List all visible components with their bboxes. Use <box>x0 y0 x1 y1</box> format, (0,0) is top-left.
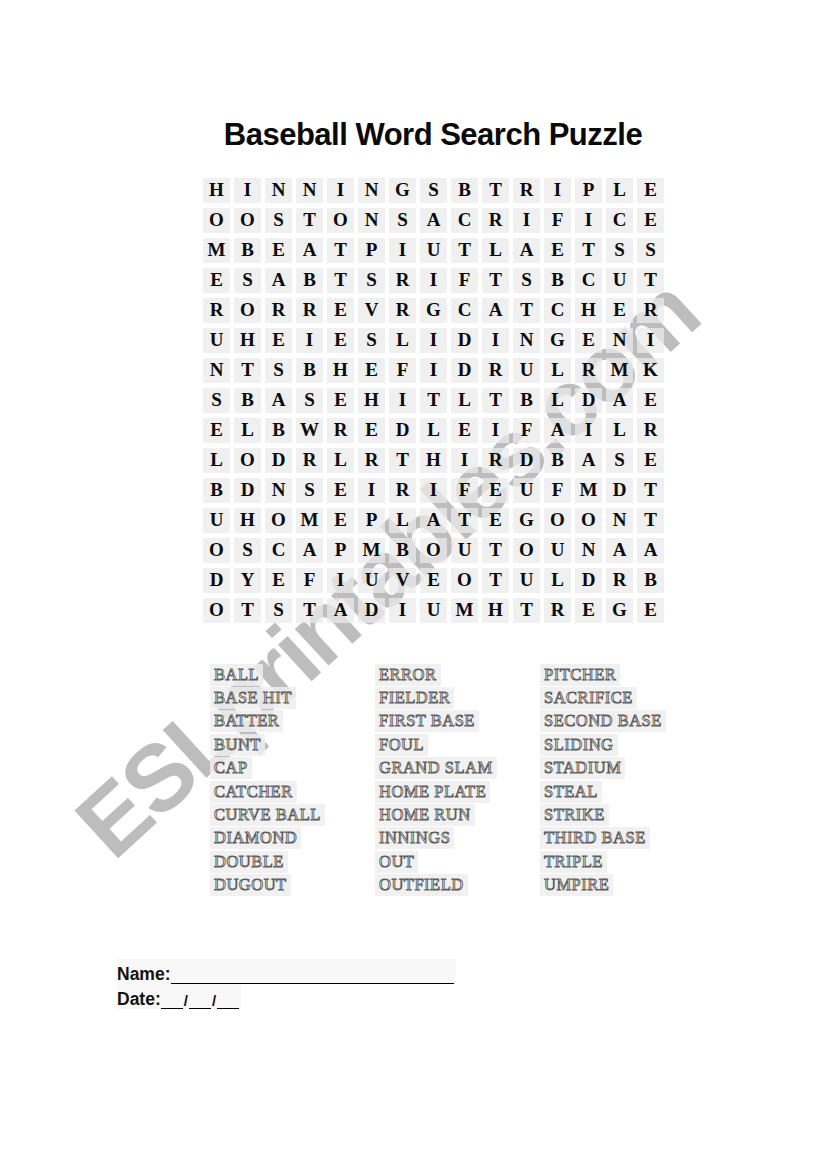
grid-letter: E <box>327 508 354 533</box>
grid-cell-r9c9: E <box>449 415 480 445</box>
grid-letter: D <box>451 358 478 383</box>
grid-letter: O <box>513 538 540 563</box>
grid-cell-r9c1: E <box>201 415 232 445</box>
grid-cell-r4c15: T <box>635 265 666 295</box>
grid-cell-r8c2: B <box>232 385 263 415</box>
grid-cell-r15c7: I <box>387 595 418 625</box>
grid-letter: A <box>420 208 447 233</box>
grid-cell-r8c4: S <box>294 385 325 415</box>
grid-letter: C <box>265 538 292 563</box>
grid-cell-r6c7: L <box>387 325 418 355</box>
grid-letter: M <box>575 478 602 503</box>
date-blank-month <box>161 991 183 1009</box>
grid-letter: T <box>389 448 416 473</box>
grid-cell-r3c7: I <box>387 235 418 265</box>
grid-letter: G <box>389 178 416 203</box>
grid-cell-r5c6: V <box>356 295 387 325</box>
grid-letter: U <box>513 358 540 383</box>
grid-letter: L <box>606 418 633 443</box>
word-fielder: FIELDER <box>375 687 454 709</box>
word-outfield: OUTFIELD <box>375 874 468 896</box>
grid-letter: U <box>420 598 447 623</box>
grid-cell-r12c15: T <box>635 505 666 535</box>
grid-letter: O <box>327 208 354 233</box>
name-line: Name: <box>117 959 456 984</box>
grid-cell-r14c9: O <box>449 565 480 595</box>
word-list-item: OUT <box>375 850 540 873</box>
grid-letter: L <box>389 508 416 533</box>
name-blank-line <box>171 966 454 984</box>
grid-cell-r9c13: I <box>573 415 604 445</box>
grid-cell-r9c8: L <box>418 415 449 445</box>
word-list: BALLBASE HITBATTERBUNTCAPCATCHERCURVE BA… <box>210 663 666 897</box>
word-list-item: CURVE BALL <box>210 803 375 826</box>
grid-cell-r2c11: I <box>511 205 542 235</box>
grid-cell-r7c15: K <box>635 355 666 385</box>
grid-letter: D <box>234 478 261 503</box>
grid-letter: L <box>606 178 633 203</box>
grid-letter: I <box>389 238 416 263</box>
grid-letter: R <box>544 598 571 623</box>
word-foul: FOUL <box>375 734 428 756</box>
grid-letter: N <box>513 328 540 353</box>
grid-cell-r3c4: A <box>294 235 325 265</box>
grid-cell-r9c10: I <box>480 415 511 445</box>
grid-letter: G <box>606 598 633 623</box>
grid-letter: S <box>203 388 230 413</box>
grid-cell-r14c11: U <box>511 565 542 595</box>
grid-letter: W <box>296 418 323 443</box>
grid-cell-r1c4: N <box>294 175 325 205</box>
grid-cell-r10c14: S <box>604 445 635 475</box>
grid-cell-r3c14: S <box>604 235 635 265</box>
grid-letter: M <box>358 538 385 563</box>
grid-letter: R <box>296 448 323 473</box>
grid-cell-r3c11: A <box>511 235 542 265</box>
grid-cell-r2c4: T <box>294 205 325 235</box>
grid-cell-r7c11: U <box>511 355 542 385</box>
grid-cell-r15c5: A <box>325 595 356 625</box>
word-list-item: GRAND SLAM <box>375 757 540 780</box>
grid-letter: L <box>203 448 230 473</box>
grid-letter: I <box>451 448 478 473</box>
grid-cell-r2c7: S <box>387 205 418 235</box>
grid-cell-r8c14: A <box>604 385 635 415</box>
name-label: Name: <box>117 965 171 984</box>
grid-cell-r8c3: A <box>263 385 294 415</box>
grid-letter: D <box>203 568 230 593</box>
grid-letter: R <box>606 568 633 593</box>
grid-letter: O <box>544 508 571 533</box>
grid-cell-r9c2: L <box>232 415 263 445</box>
grid-cell-r6c2: H <box>232 325 263 355</box>
grid-letter: A <box>296 538 323 563</box>
grid-letter: C <box>606 208 633 233</box>
word-umpire: UMPIRE <box>540 874 613 896</box>
grid-letter: B <box>234 388 261 413</box>
grid-letter: B <box>637 568 664 593</box>
grid-letter: I <box>389 388 416 413</box>
grid-letter: S <box>265 208 292 233</box>
grid-cell-r2c1: O <box>201 205 232 235</box>
grid-cell-r14c5: I <box>325 565 356 595</box>
grid-cell-r4c9: F <box>449 265 480 295</box>
grid-cell-r15c14: G <box>604 595 635 625</box>
word-list-item: STRIKE <box>540 803 666 826</box>
grid-cell-r12c4: M <box>294 505 325 535</box>
grid-letter: I <box>389 598 416 623</box>
word-list-item: CATCHER <box>210 780 375 803</box>
grid-letter: G <box>513 508 540 533</box>
grid-cell-r10c3: D <box>263 445 294 475</box>
grid-cell-r11c13: M <box>573 475 604 505</box>
grid-cell-r13c15: A <box>635 535 666 565</box>
grid-cell-r2c13: I <box>573 205 604 235</box>
grid-cell-r8c11: B <box>511 385 542 415</box>
word-stadium: STADIUM <box>540 757 625 779</box>
grid-cell-r1c1: H <box>201 175 232 205</box>
grid-cell-r6c13: E <box>573 325 604 355</box>
grid-cell-r8c7: I <box>387 385 418 415</box>
grid-letter: O <box>234 298 261 323</box>
word-innings: INNINGS <box>375 827 454 849</box>
grid-cell-r14c1: D <box>201 565 232 595</box>
grid-cell-r7c10: R <box>480 355 511 385</box>
grid-cell-r7c6: E <box>356 355 387 385</box>
grid-cell-r9c15: R <box>635 415 666 445</box>
grid-letter: S <box>637 238 664 263</box>
grid-letter: B <box>451 178 478 203</box>
grid-letter: E <box>358 418 385 443</box>
grid-letter: L <box>544 388 571 413</box>
grid-letter: R <box>327 418 354 443</box>
grid-cell-r5c5: E <box>325 295 356 325</box>
grid-letter: C <box>451 208 478 233</box>
page-title: Baseball Word Search Puzzle <box>200 117 666 153</box>
grid-cell-r13c5: P <box>325 535 356 565</box>
grid-letter: N <box>203 358 230 383</box>
grid-cell-r8c15: E <box>635 385 666 415</box>
grid-letter: E <box>637 178 664 203</box>
grid-letter: L <box>482 238 509 263</box>
grid-letter: R <box>637 418 664 443</box>
grid-letter: A <box>575 448 602 473</box>
word-list-item: PITCHER <box>540 663 666 686</box>
grid-cell-r14c4: F <box>294 565 325 595</box>
grid-cell-r2c8: A <box>418 205 449 235</box>
grid-cell-r1c9: B <box>449 175 480 205</box>
grid-letter: A <box>265 388 292 413</box>
grid-letter: T <box>637 268 664 293</box>
grid-letter: E <box>637 388 664 413</box>
grid-letter: T <box>234 358 261 383</box>
grid-letter: I <box>327 178 354 203</box>
grid-cell-r5c10: A <box>480 295 511 325</box>
grid-letter: E <box>327 478 354 503</box>
grid-cell-r5c11: T <box>511 295 542 325</box>
grid-letter: M <box>451 598 478 623</box>
grid-cell-r6c15: I <box>635 325 666 355</box>
grid-letter: M <box>606 358 633 383</box>
grid-cell-r11c10: E <box>480 475 511 505</box>
word-list-item: BUNT <box>210 733 375 756</box>
word-cap: CAP <box>210 757 252 779</box>
grid-letter: T <box>575 238 602 263</box>
grid-cell-r8c6: H <box>356 385 387 415</box>
grid-letter: H <box>482 598 509 623</box>
grid-letter: R <box>389 298 416 323</box>
grid-letter: C <box>544 298 571 323</box>
grid-letter: S <box>358 268 385 293</box>
grid-cell-r15c12: R <box>542 595 573 625</box>
date-label: Date: <box>117 990 161 1009</box>
grid-letter: N <box>358 208 385 233</box>
grid-letter: T <box>327 268 354 293</box>
grid-letter: E <box>606 298 633 323</box>
grid-letter: A <box>637 538 664 563</box>
grid-cell-r3c9: T <box>449 235 480 265</box>
word-list-item: OUTFIELD <box>375 874 540 897</box>
grid-cell-r3c2: B <box>232 235 263 265</box>
grid-letter: H <box>234 328 261 353</box>
grid-cell-r4c8: I <box>418 265 449 295</box>
grid-cell-r3c12: E <box>542 235 573 265</box>
grid-letter: N <box>296 178 323 203</box>
grid-letter: D <box>389 418 416 443</box>
grid-cell-r10c5: L <box>325 445 356 475</box>
grid-cell-r13c9: U <box>449 535 480 565</box>
grid-cell-r4c10: T <box>480 265 511 295</box>
grid-letter: S <box>606 448 633 473</box>
grid-cell-r14c13: D <box>573 565 604 595</box>
word-list-item: CAP <box>210 757 375 780</box>
word-first-base: FIRST BASE <box>375 710 479 732</box>
grid-letter: R <box>389 268 416 293</box>
grid-letter: F <box>451 478 478 503</box>
grid-letter: H <box>420 448 447 473</box>
grid-cell-r9c14: L <box>604 415 635 445</box>
grid-letter: I <box>637 328 664 353</box>
grid-letter: U <box>203 508 230 533</box>
date-blank-year <box>217 991 239 1009</box>
grid-letter: I <box>482 328 509 353</box>
word-pitcher: PITCHER <box>540 664 620 686</box>
grid-cell-r6c3: E <box>263 325 294 355</box>
grid-cell-r14c15: B <box>635 565 666 595</box>
grid-cell-r7c8: I <box>418 355 449 385</box>
grid-letter: U <box>451 538 478 563</box>
grid-letter: E <box>575 598 602 623</box>
grid-cell-r15c15: E <box>635 595 666 625</box>
grid-cell-r8c12: L <box>542 385 573 415</box>
word-triple: TRIPLE <box>540 851 607 873</box>
grid-cell-r10c7: T <box>387 445 418 475</box>
grid-cell-r1c7: G <box>387 175 418 205</box>
grid-cell-r14c10: T <box>480 565 511 595</box>
grid-cell-r8c9: L <box>449 385 480 415</box>
word-list-item: STEAL <box>540 780 666 803</box>
word-home-run: HOME RUN <box>375 804 475 826</box>
grid-cell-r12c7: L <box>387 505 418 535</box>
grid-cell-r10c10: R <box>480 445 511 475</box>
grid-cell-r7c13: R <box>573 355 604 385</box>
grid-letter: F <box>544 478 571 503</box>
word-list-column-1: BALLBASE HITBATTERBUNTCAPCATCHERCURVE BA… <box>210 663 375 897</box>
grid-cell-r11c4: S <box>294 475 325 505</box>
grid-letter: T <box>420 388 447 413</box>
grid-letter: E <box>327 298 354 323</box>
word-base-hit: BASE HIT <box>210 687 296 709</box>
word-list-column-3: PITCHERSACRIFICESECOND BASESLIDINGSTADIU… <box>540 663 666 897</box>
word-second-base: SECOND BASE <box>540 710 666 732</box>
word-bunt: BUNT <box>210 734 265 756</box>
grid-cell-r2c14: C <box>604 205 635 235</box>
grid-cell-r4c7: R <box>387 265 418 295</box>
grid-letter: B <box>296 358 323 383</box>
grid-cell-r6c11: N <box>511 325 542 355</box>
grid-cell-r15c3: S <box>263 595 294 625</box>
grid-letter: F <box>296 568 323 593</box>
grid-cell-r10c13: A <box>573 445 604 475</box>
grid-letter: O <box>203 598 230 623</box>
grid-letter: H <box>234 508 261 533</box>
grid-letter: I <box>513 208 540 233</box>
word-list-item: FIRST BASE <box>375 710 540 733</box>
grid-cell-r8c13: D <box>573 385 604 415</box>
grid-cell-r12c9: T <box>449 505 480 535</box>
footer: Name: Date:// <box>117 959 456 1009</box>
grid-letter: R <box>265 298 292 323</box>
grid-cell-r10c15: E <box>635 445 666 475</box>
grid-cell-r3c8: U <box>418 235 449 265</box>
grid-letter: H <box>575 298 602 323</box>
grid-cell-r5c9: C <box>449 295 480 325</box>
grid-cell-r5c15: R <box>635 295 666 325</box>
grid-letter: E <box>327 328 354 353</box>
grid-cell-r9c6: E <box>356 415 387 445</box>
grid-cell-r11c3: N <box>263 475 294 505</box>
word-list-item: DOUBLE <box>210 850 375 873</box>
grid-cell-r12c13: O <box>573 505 604 535</box>
grid-cell-r14c8: E <box>418 565 449 595</box>
grid-letter: N <box>575 538 602 563</box>
grid-cell-r3c6: P <box>356 235 387 265</box>
grid-letter: A <box>513 238 540 263</box>
grid-cell-r11c6: I <box>356 475 387 505</box>
grid-letter: F <box>544 208 571 233</box>
grid-cell-r6c4: I <box>294 325 325 355</box>
grid-letter: A <box>482 298 509 323</box>
word-list-item: DIAMOND <box>210 827 375 850</box>
grid-letter: C <box>451 298 478 323</box>
grid-cell-r6c12: G <box>542 325 573 355</box>
grid-cell-r7c2: T <box>232 355 263 385</box>
grid-letter: T <box>296 208 323 233</box>
grid-letter: D <box>358 598 385 623</box>
word-grand-slam: GRAND SLAM <box>375 757 497 779</box>
grid-letter: U <box>513 478 540 503</box>
grid-letter: R <box>358 448 385 473</box>
grid-letter: S <box>234 268 261 293</box>
word-steal: STEAL <box>540 781 602 803</box>
grid-letter: U <box>358 568 385 593</box>
grid-letter: R <box>637 298 664 323</box>
word-list-item: STADIUM <box>540 757 666 780</box>
grid-cell-r12c14: N <box>604 505 635 535</box>
grid-cell-r3c1: M <box>201 235 232 265</box>
grid-cell-r1c3: N <box>263 175 294 205</box>
grid-cell-r13c2: S <box>232 535 263 565</box>
grid-cell-r12c5: E <box>325 505 356 535</box>
grid-cell-r13c7: B <box>387 535 418 565</box>
grid-cell-r5c13: H <box>573 295 604 325</box>
grid-cell-r15c13: E <box>573 595 604 625</box>
grid-cell-r1c11: R <box>511 175 542 205</box>
grid-cell-r15c4: T <box>294 595 325 625</box>
grid-cell-r1c10: T <box>480 175 511 205</box>
word-list-item: THIRD BASE <box>540 827 666 850</box>
grid-letter: L <box>544 358 571 383</box>
word-home-plate: HOME PLATE <box>375 781 490 803</box>
grid-cell-r5c3: R <box>263 295 294 325</box>
grid-cell-r11c9: F <box>449 475 480 505</box>
grid-cell-r6c6: S <box>356 325 387 355</box>
word-list-item: FIELDER <box>375 686 540 709</box>
grid-letter: P <box>327 538 354 563</box>
grid-cell-r15c8: U <box>418 595 449 625</box>
grid-letter: F <box>513 418 540 443</box>
grid-cell-r2c9: C <box>449 205 480 235</box>
grid-letter: B <box>513 388 540 413</box>
grid-letter: R <box>513 178 540 203</box>
grid-letter: D <box>451 328 478 353</box>
word-sliding: SLIDING <box>540 734 618 756</box>
grid-letter: E <box>358 358 385 383</box>
word-strike: STRIKE <box>540 804 609 826</box>
grid-letter: S <box>296 388 323 413</box>
grid-cell-r4c13: C <box>573 265 604 295</box>
grid-letter: O <box>575 508 602 533</box>
grid-letter: I <box>420 358 447 383</box>
grid-letter: R <box>389 478 416 503</box>
grid-cell-r13c10: T <box>480 535 511 565</box>
grid-cell-r2c5: O <box>325 205 356 235</box>
grid-letter: I <box>420 328 447 353</box>
grid-letter: Y <box>234 568 261 593</box>
grid-cell-r9c4: W <box>294 415 325 445</box>
grid-cell-r4c11: S <box>511 265 542 295</box>
grid-letter: T <box>482 388 509 413</box>
grid-cell-r9c11: F <box>511 415 542 445</box>
grid-cell-r2c12: F <box>542 205 573 235</box>
word-list-item: SLIDING <box>540 733 666 756</box>
grid-letter: F <box>389 358 416 383</box>
grid-letter: N <box>606 508 633 533</box>
grid-letter: R <box>296 298 323 323</box>
grid-letter: L <box>327 448 354 473</box>
grid-cell-r6c14: N <box>604 325 635 355</box>
grid-letter: T <box>482 538 509 563</box>
grid-cell-r1c6: N <box>356 175 387 205</box>
grid-cell-r6c5: E <box>325 325 356 355</box>
grid-cell-r14c7: V <box>387 565 418 595</box>
word-search-grid: HINNINGSBTRIPLEOOSTONSACRIFICEMBEATPIUTL… <box>201 175 666 625</box>
grid-letter: T <box>482 178 509 203</box>
grid-cell-r8c5: E <box>325 385 356 415</box>
grid-letter: R <box>203 298 230 323</box>
grid-cell-r15c9: M <box>449 595 480 625</box>
word-list-item: HOME RUN <box>375 803 540 826</box>
